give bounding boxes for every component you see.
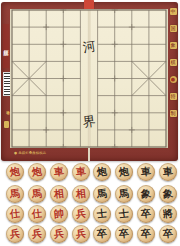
xiangqi-board: 浙江棋牌厂 合格证 [1, 2, 178, 161]
piece-炮-black[interactable]: 炮 [93, 163, 111, 181]
piece-仕-red[interactable]: 仕 [6, 205, 24, 223]
brand-seal: 制 [170, 110, 177, 117]
piece-character: 卒 [136, 204, 156, 224]
gold-seal-mark [4, 121, 9, 128]
bottom-fold-seam [88, 148, 91, 161]
piece-character: 仕 [5, 204, 25, 224]
piece-character: 兵 [5, 224, 25, 244]
piece-character: 馬 [93, 184, 113, 204]
piece-character: 象 [158, 184, 178, 204]
piece-馬-black[interactable]: 馬 [93, 185, 111, 203]
piece-馬-red[interactable]: 馬 [28, 185, 46, 203]
piece-車-red[interactable]: 車 [50, 163, 68, 181]
board-grid: 河 界 [10, 9, 168, 148]
piece-炮-red[interactable]: 炮 [6, 163, 24, 181]
piece-兵-red[interactable]: 兵 [50, 225, 68, 243]
quality-seal-label: 合格证 [3, 99, 10, 117]
piece-卒-black[interactable]: 卒 [93, 225, 111, 243]
piece-馬-black[interactable]: 馬 [115, 185, 133, 203]
piece-卒-black[interactable]: 卒 [159, 225, 177, 243]
piece-炮-black[interactable]: 炮 [115, 163, 133, 181]
piece-tray: 炮炮車車炮炮車車馬馬相相馬馬象象仕仕帥兵士士卒將兵兵兵兵卒卒卒卒 [0, 162, 180, 246]
piece-character: 馬 [5, 184, 25, 204]
brand-seal-column: 中 国 象 棋 ● 特 制 [170, 8, 178, 127]
piece-character: 卒 [93, 224, 113, 244]
manufacturer-label: 浙江棋牌厂 [3, 24, 9, 68]
piece-character: 炮 [5, 162, 25, 182]
brand-seal: 国 [170, 25, 177, 32]
piece-character: 兵 [27, 224, 47, 244]
piece-士-black[interactable]: 士 [115, 205, 133, 223]
piece-character: 仕 [27, 204, 47, 224]
river-char-he: 河 [82, 38, 97, 55]
piece-士-black[interactable]: 士 [93, 205, 111, 223]
piece-車-black[interactable]: 車 [137, 163, 155, 181]
piece-character: 士 [93, 204, 113, 224]
board-face: 河 界 [10, 9, 168, 148]
piece-卒-black[interactable]: 卒 [137, 225, 155, 243]
piece-兵-red[interactable]: 兵 [28, 225, 46, 243]
piece-character: 車 [49, 162, 69, 182]
piece-character: 炮 [93, 162, 113, 182]
piece-character: 馬 [114, 184, 134, 204]
piece-將-black[interactable]: 將 [159, 205, 177, 223]
piece-character: 士 [114, 204, 134, 224]
piece-character: 炮 [114, 162, 134, 182]
piece-卒-black[interactable]: 卒 [115, 225, 133, 243]
piece-character: 卒 [158, 224, 178, 244]
piece-相-red[interactable]: 相 [50, 185, 68, 203]
piece-character: 兵 [71, 204, 91, 224]
brand-seal: 象 [170, 42, 177, 49]
bottom-edge-label: ● 高级折叠象棋棋盘 [14, 151, 94, 155]
piece-character: 相 [71, 184, 91, 204]
brand-seal: 特 [170, 93, 177, 100]
piece-character: 兵 [49, 224, 69, 244]
piece-character: 帥 [49, 204, 69, 224]
product-photo: 浙江棋牌厂 合格证 [0, 0, 180, 246]
piece-車-red[interactable]: 車 [72, 163, 90, 181]
brand-seal: 中 [170, 8, 177, 15]
piece-character: 象 [136, 184, 156, 204]
piece-相-red[interactable]: 相 [72, 185, 90, 203]
piece-character: 卒 [114, 224, 134, 244]
piece-character: 車 [158, 162, 178, 182]
piece-兵-red[interactable]: 兵 [72, 225, 90, 243]
river-char-jie: 界 [82, 113, 97, 129]
piece-馬-red[interactable]: 馬 [6, 185, 24, 203]
piece-仕-red[interactable]: 仕 [28, 205, 46, 223]
piece-character: 車 [71, 162, 91, 182]
piece-車-black[interactable]: 車 [159, 163, 177, 181]
piece-character: 馬 [27, 184, 47, 204]
piece-character: 兵 [71, 224, 91, 244]
piece-character: 相 [49, 184, 69, 204]
piece-character: 車 [136, 162, 156, 182]
piece-卒-black[interactable]: 卒 [137, 205, 155, 223]
brand-seal: 棋 [170, 59, 177, 66]
piece-象-black[interactable]: 象 [159, 185, 177, 203]
piece-象-black[interactable]: 象 [137, 185, 155, 203]
brand-round-seal: ● [170, 76, 177, 83]
piece-炮-red[interactable]: 炮 [28, 163, 46, 181]
piece-帥-red[interactable]: 帥 [50, 205, 68, 223]
piece-character: 炮 [27, 162, 47, 182]
piece-character: 將 [158, 204, 178, 224]
piece-character: 卒 [136, 224, 156, 244]
piece-兵-red[interactable]: 兵 [72, 205, 90, 223]
piece-兵-red[interactable]: 兵 [6, 225, 24, 243]
